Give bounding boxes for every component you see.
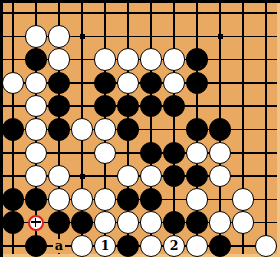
- hoshi-dot: [80, 34, 85, 39]
- marked-vital-point: [25, 211, 48, 234]
- stone-white: [25, 25, 48, 48]
- stone-black: [163, 165, 186, 188]
- stone-white: [209, 142, 232, 165]
- stone-white: [255, 235, 278, 257]
- board-intersection: [140, 71, 163, 94]
- hoshi-point: [209, 25, 232, 48]
- hoshi-dot: [218, 34, 223, 39]
- stone-white: [186, 142, 209, 165]
- stone-white: [71, 188, 94, 211]
- stone-black: [25, 235, 48, 257]
- board-intersection: [186, 164, 209, 187]
- stone-black: [48, 72, 71, 95]
- stone-white: [94, 188, 117, 211]
- board-intersection: [163, 48, 186, 71]
- board-intersection: [48, 164, 71, 187]
- stone-white: [94, 142, 117, 165]
- board-intersection: [186, 234, 209, 257]
- board-intersection: [117, 234, 140, 257]
- stone-white: [2, 72, 25, 95]
- board-intersection: [25, 25, 48, 48]
- stone-black: [163, 142, 186, 165]
- stone-black: [186, 118, 209, 141]
- board-intersection: [2, 118, 25, 141]
- stone-white: [25, 95, 48, 118]
- board-intersection: [163, 164, 186, 187]
- board-intersection: [117, 164, 140, 187]
- board-intersection: [163, 141, 186, 164]
- board-intersection: [163, 95, 186, 118]
- stone-black: [71, 211, 94, 234]
- stone-white: [71, 118, 94, 141]
- stone-black: [94, 72, 117, 95]
- board-intersection: [2, 71, 25, 94]
- board-intersection: 2: [163, 234, 186, 257]
- stone-white: [48, 25, 71, 48]
- board-intersection: [25, 118, 48, 141]
- board-intersection: [25, 188, 48, 211]
- board-intersection: [48, 48, 71, 71]
- go-board: 12a: [0, 0, 280, 257]
- stone-black: [117, 235, 140, 257]
- board-intersection: [48, 95, 71, 118]
- board-intersection: [209, 211, 232, 234]
- board-intersection: [255, 234, 278, 257]
- stone-white: [48, 188, 71, 211]
- stone-white-move-1: 1: [94, 235, 117, 257]
- stone-black: [163, 211, 186, 234]
- stone-white: [140, 235, 163, 257]
- board-intersection: [117, 188, 140, 211]
- board-intersection: [94, 118, 117, 141]
- labeled-point-a: a: [48, 234, 71, 257]
- stone-white: [48, 48, 71, 71]
- stone-black: [186, 48, 209, 71]
- stone-white: [48, 165, 71, 188]
- board-intersection: [209, 141, 232, 164]
- board-intersection: [209, 118, 232, 141]
- stone-black: [140, 95, 163, 118]
- board-intersection: [140, 95, 163, 118]
- stone-black: [2, 118, 25, 141]
- stone-white: [163, 72, 186, 95]
- stone-white: [25, 72, 48, 95]
- stone-white-move-2: 2: [163, 235, 186, 257]
- stone-black: [186, 211, 209, 234]
- board-intersection: [163, 71, 186, 94]
- board-intersection: [25, 234, 48, 257]
- hoshi-point: [71, 164, 94, 187]
- board-intersection: [2, 188, 25, 211]
- board-intersection: [48, 25, 71, 48]
- stone-black: [209, 118, 232, 141]
- board-intersection: [140, 234, 163, 257]
- board-intersection: [186, 188, 209, 211]
- stone-black: [94, 95, 117, 118]
- board-intersection: [117, 118, 140, 141]
- board-intersection: [186, 48, 209, 71]
- board-intersection: [140, 164, 163, 187]
- board-intersection: [25, 48, 48, 71]
- stone-white: [186, 235, 209, 257]
- stone-white: [209, 165, 232, 188]
- hoshi-dot: [80, 174, 85, 179]
- stone-white: [140, 48, 163, 71]
- stone-white: [232, 188, 255, 211]
- stone-white: [117, 72, 140, 95]
- board-intersection: [71, 118, 94, 141]
- board-intersection: [117, 48, 140, 71]
- stone-white: [140, 165, 163, 188]
- board-intersection: [117, 95, 140, 118]
- stone-black: [48, 118, 71, 141]
- stone-black: [25, 188, 48, 211]
- stone-black: [209, 235, 232, 257]
- stone-black: [117, 95, 140, 118]
- board-intersection: [94, 188, 117, 211]
- board-intersection: [163, 211, 186, 234]
- board-intersection: [232, 188, 255, 211]
- board-intersection: [117, 211, 140, 234]
- stone-white: [25, 118, 48, 141]
- board-intersection: [209, 164, 232, 187]
- board-intersection: [140, 211, 163, 234]
- board-intersection: [25, 141, 48, 164]
- board-intersection: [71, 188, 94, 211]
- board-intersection: [186, 141, 209, 164]
- stone-black: [163, 95, 186, 118]
- board-intersection: 1: [94, 234, 117, 257]
- stone-white: [186, 188, 209, 211]
- stone-white: [71, 235, 94, 257]
- board-intersection: [2, 211, 25, 234]
- board-intersection: [186, 211, 209, 234]
- stone-black: [186, 165, 209, 188]
- board-intersection: [48, 211, 71, 234]
- board-intersection: [48, 71, 71, 94]
- board-intersection: [186, 71, 209, 94]
- stone-white: [25, 165, 48, 188]
- board-intersection: [25, 164, 48, 187]
- stone-black: [140, 142, 163, 165]
- red-circle-marker: [28, 215, 44, 231]
- board-intersection: [25, 95, 48, 118]
- stone-black: [186, 72, 209, 95]
- stone-white: [232, 211, 255, 234]
- stone-white: [94, 211, 117, 234]
- stone-white: [140, 211, 163, 234]
- stone-black: [140, 72, 163, 95]
- stone-white: [163, 48, 186, 71]
- stone-white: [209, 211, 232, 234]
- board-intersection: [186, 118, 209, 141]
- board-intersection: [209, 234, 232, 257]
- stone-black: [140, 188, 163, 211]
- stone-white: [117, 165, 140, 188]
- board-grid: 12a: [2, 1, 278, 257]
- board-intersection: [140, 48, 163, 71]
- stone-white: [117, 48, 140, 71]
- stone-black: [2, 188, 25, 211]
- board-intersection: [71, 211, 94, 234]
- board-intersection: [71, 234, 94, 257]
- stone-black: [48, 211, 71, 234]
- board-intersection: [94, 95, 117, 118]
- board-intersection: [232, 211, 255, 234]
- board-intersection: [94, 71, 117, 94]
- hoshi-point: [71, 25, 94, 48]
- board-intersection: [140, 141, 163, 164]
- stone-black: [117, 188, 140, 211]
- board-intersection: [94, 211, 117, 234]
- stone-black: [2, 211, 25, 234]
- board-intersection: [94, 48, 117, 71]
- stone-white: [25, 142, 48, 165]
- stone-white: [94, 48, 117, 71]
- board-intersection: [48, 118, 71, 141]
- point-label: a: [53, 239, 65, 253]
- stone-white: [94, 118, 117, 141]
- stone-black: [25, 48, 48, 71]
- stone-black: [117, 118, 140, 141]
- board-intersection: [117, 71, 140, 94]
- stone-white: [117, 211, 140, 234]
- stone-black: [48, 95, 71, 118]
- board-intersection: [140, 188, 163, 211]
- board-intersection: [25, 71, 48, 94]
- board-intersection: [48, 188, 71, 211]
- board-intersection: [94, 141, 117, 164]
